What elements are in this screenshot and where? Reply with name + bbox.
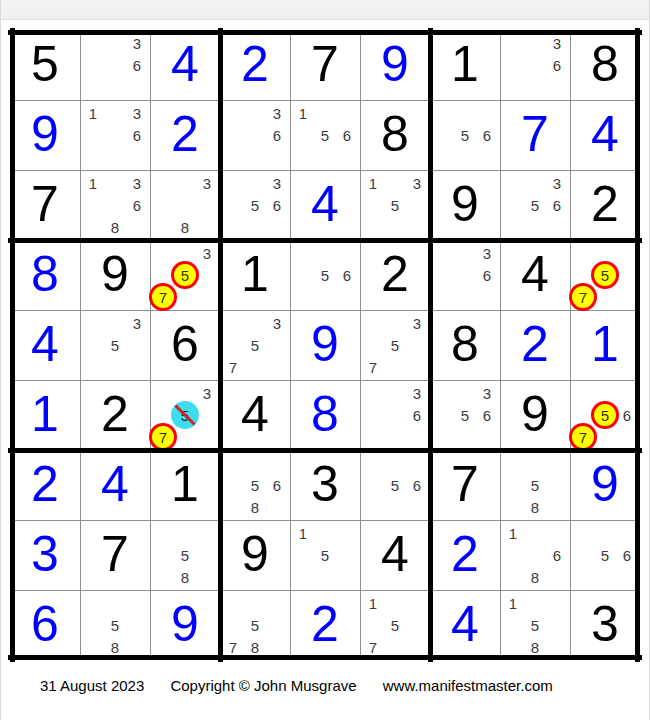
empty-candidate-slot: [174, 522, 196, 544]
footer-website[interactable]: www.manifestmaster.com: [383, 677, 553, 694]
pencil-marks: 568: [222, 452, 288, 518]
candidate-5: 5: [594, 404, 616, 426]
candidate-6: 6: [406, 474, 428, 496]
empty-candidate-slot: [126, 614, 148, 636]
empty-candidate-slot: [82, 194, 104, 216]
cell-r9c4[interactable]: 578: [220, 590, 290, 660]
candidate-1: 1: [292, 522, 314, 544]
empty-candidate-slot: [572, 566, 594, 588]
candidate-highlight-circle: 7: [569, 283, 597, 311]
empty-candidate-slot: [384, 592, 406, 614]
solved-digit: 4: [290, 170, 360, 240]
empty-candidate-slot: [82, 312, 104, 334]
cell-r2c4[interactable]: 36: [220, 100, 290, 170]
cell-r1c3[interactable]: 4: [150, 30, 220, 100]
candidate-5: 5: [384, 474, 406, 496]
candidate-6: 6: [476, 404, 498, 426]
empty-candidate-slot: [126, 146, 148, 168]
pencil-marks: 36: [362, 382, 428, 448]
cell-r9c5[interactable]: 2: [290, 590, 360, 660]
sudoku-cells: 5364279136891362361568567471368383564135…: [10, 30, 640, 660]
given-digit: 8: [360, 100, 430, 170]
solved-digit: 7: [500, 100, 570, 170]
candidate-5: 5: [594, 544, 616, 566]
empty-candidate-slot: [336, 566, 358, 588]
empty-candidate-slot: [524, 54, 546, 76]
empty-candidate-slot: [406, 496, 428, 518]
empty-candidate-slot: [104, 32, 126, 54]
pencil-marks: 157: [362, 592, 428, 658]
empty-candidate-slot: [546, 474, 568, 496]
solved-digit: 3: [10, 520, 80, 590]
empty-candidate-slot: [432, 146, 454, 168]
empty-candidate-slot: [362, 452, 384, 474]
candidate-5: 5: [594, 264, 616, 286]
empty-candidate-slot: [292, 242, 314, 264]
empty-candidate-slot: [406, 334, 428, 356]
empty-candidate-slot: [524, 76, 546, 98]
empty-candidate-slot: [292, 264, 314, 286]
empty-candidate-slot: [594, 522, 616, 544]
empty-candidate-slot: [476, 286, 498, 308]
empty-candidate-slot: [524, 172, 546, 194]
empty-candidate-slot: [524, 216, 546, 238]
cell-r1c6[interactable]: 9: [360, 30, 430, 100]
empty-candidate-slot: [82, 54, 104, 76]
empty-candidate-slot: [362, 426, 384, 448]
empty-candidate-slot: [82, 614, 104, 636]
candidate-6: 6: [546, 194, 568, 216]
cell-r1c4[interactable]: 2: [220, 30, 290, 100]
empty-candidate-slot: [432, 404, 454, 426]
cell-r7c8[interactable]: 58: [500, 450, 570, 520]
candidate-8: 8: [524, 496, 546, 518]
empty-candidate-slot: [384, 404, 406, 426]
pencil-marks: 36: [502, 32, 568, 98]
empty-candidate-slot: [572, 522, 594, 544]
pencil-marks: 357: [152, 382, 218, 448]
solved-digit: 1: [10, 380, 80, 450]
cell-r3c4[interactable]: 356: [220, 170, 290, 240]
empty-candidate-slot: [432, 286, 454, 308]
empty-candidate-slot: [384, 382, 406, 404]
given-digit: 6: [150, 310, 220, 380]
empty-candidate-slot: [222, 592, 244, 614]
candidate-1: 1: [362, 172, 384, 194]
empty-candidate-slot: [196, 264, 218, 286]
pencil-marks: 136: [82, 102, 148, 168]
cell-r8c9[interactable]: 56: [570, 520, 640, 590]
cell-r8c7[interactable]: 2: [430, 520, 500, 590]
cell-r8c4[interactable]: 9: [220, 520, 290, 590]
empty-candidate-slot: [502, 474, 524, 496]
empty-candidate-slot: [104, 194, 126, 216]
empty-candidate-slot: [152, 522, 174, 544]
pencil-marks: 156: [292, 102, 358, 168]
cell-r5c8[interactable]: 2: [500, 310, 570, 380]
empty-candidate-slot: [502, 496, 524, 518]
candidate-7: 7: [572, 426, 594, 448]
empty-candidate-slot: [546, 496, 568, 518]
empty-candidate-slot: [384, 312, 406, 334]
pencil-marks: 36: [222, 102, 288, 168]
empty-candidate-slot: [196, 286, 218, 308]
empty-candidate-slot: [196, 194, 218, 216]
empty-candidate-slot: [362, 474, 384, 496]
cell-r5c9[interactable]: 1: [570, 310, 640, 380]
given-digit: 3: [290, 450, 360, 520]
candidate-3: 3: [196, 242, 218, 264]
empty-candidate-slot: [454, 426, 476, 448]
cell-r5c1[interactable]: 4: [10, 310, 80, 380]
cell-r4c3[interactable]: 357: [150, 240, 220, 310]
solved-digit: 2: [430, 520, 500, 590]
cell-r2c1[interactable]: 9: [10, 100, 80, 170]
cell-r8c6[interactable]: 4: [360, 520, 430, 590]
empty-candidate-slot: [502, 194, 524, 216]
cell-r6c6[interactable]: 36: [360, 380, 430, 450]
cell-r4c5[interactable]: 56: [290, 240, 360, 310]
candidate-6: 6: [126, 124, 148, 146]
cell-r2c6[interactable]: 8: [360, 100, 430, 170]
candidate-1: 1: [362, 592, 384, 614]
candidate-3: 3: [406, 382, 428, 404]
candidate-5: 5: [384, 194, 406, 216]
solved-digit: 9: [10, 100, 80, 170]
cell-r9c2[interactable]: 58: [80, 590, 150, 660]
cell-r3c9[interactable]: 2: [570, 170, 640, 240]
empty-candidate-slot: [546, 76, 568, 98]
empty-candidate-slot: [152, 216, 174, 238]
cell-r4c7[interactable]: 36: [430, 240, 500, 310]
given-digit: 5: [10, 30, 80, 100]
cell-r1c8[interactable]: 36: [500, 30, 570, 100]
empty-candidate-slot: [82, 592, 104, 614]
empty-candidate-slot: [502, 452, 524, 474]
cell-r1c1[interactable]: 5: [10, 30, 80, 100]
cell-r5c4[interactable]: 357: [220, 310, 290, 380]
cell-r9c8[interactable]: 158: [500, 590, 570, 660]
empty-candidate-slot: [244, 146, 266, 168]
pencil-marks: 357: [222, 312, 288, 378]
candidate-6: 6: [546, 544, 568, 566]
candidate-8: 8: [104, 216, 126, 238]
candidate-5: 5: [244, 334, 266, 356]
empty-candidate-slot: [572, 242, 594, 264]
empty-candidate-slot: [476, 426, 498, 448]
solved-digit: 9: [150, 590, 220, 660]
empty-candidate-slot: [454, 242, 476, 264]
candidate-8: 8: [524, 566, 546, 588]
empty-candidate-slot: [244, 452, 266, 474]
empty-candidate-slot: [362, 194, 384, 216]
cell-r2c7[interactable]: 56: [430, 100, 500, 170]
solved-digit: 1: [570, 310, 640, 380]
cell-r4c9[interactable]: 57: [570, 240, 640, 310]
empty-candidate-slot: [594, 286, 616, 308]
empty-candidate-slot: [196, 544, 218, 566]
empty-candidate-slot: [222, 124, 244, 146]
cell-r7c9[interactable]: 9: [570, 450, 640, 520]
candidate-6: 6: [476, 124, 498, 146]
candidate-3: 3: [266, 102, 288, 124]
empty-candidate-slot: [362, 312, 384, 334]
box-border-line: [8, 238, 642, 243]
given-digit: 2: [570, 170, 640, 240]
cell-r3c7[interactable]: 9: [430, 170, 500, 240]
empty-candidate-slot: [292, 286, 314, 308]
candidate-5: 5: [244, 614, 266, 636]
empty-candidate-slot: [314, 566, 336, 588]
given-digit: 3: [570, 590, 640, 660]
candidate-1: 1: [502, 522, 524, 544]
cell-r5c2[interactable]: 35: [80, 310, 150, 380]
empty-candidate-slot: [362, 496, 384, 518]
cell-r6c7[interactable]: 356: [430, 380, 500, 450]
candidate-5: 5: [244, 474, 266, 496]
empty-candidate-slot: [104, 172, 126, 194]
cell-r7c2[interactable]: 4: [80, 450, 150, 520]
empty-candidate-slot: [502, 614, 524, 636]
empty-candidate-slot: [152, 544, 174, 566]
empty-candidate-slot: [266, 452, 288, 474]
empty-candidate-slot: [572, 382, 594, 404]
empty-candidate-slot: [454, 146, 476, 168]
empty-candidate-slot: [524, 544, 546, 566]
candidate-highlight-circle: 5: [591, 261, 619, 289]
empty-candidate-slot: [152, 566, 174, 588]
cell-r2c2[interactable]: 136: [80, 100, 150, 170]
cell-r8c1[interactable]: 3: [10, 520, 80, 590]
cell-r6c4[interactable]: 4: [220, 380, 290, 450]
candidate-6: 6: [266, 474, 288, 496]
window-top-bar: [0, 0, 650, 20]
cell-r7c4[interactable]: 568: [220, 450, 290, 520]
cell-r7c6[interactable]: 56: [360, 450, 430, 520]
candidate-6: 6: [126, 54, 148, 76]
empty-candidate-slot: [266, 356, 288, 378]
solved-digit: 9: [360, 30, 430, 100]
cell-r1c5[interactable]: 7: [290, 30, 360, 100]
empty-candidate-slot: [244, 102, 266, 124]
empty-candidate-slot: [196, 426, 218, 448]
candidate-5: 5: [174, 264, 196, 286]
empty-candidate-slot: [362, 216, 384, 238]
cell-r6c8[interactable]: 9: [500, 380, 570, 450]
empty-candidate-slot: [82, 146, 104, 168]
cell-r6c1[interactable]: 1: [10, 380, 80, 450]
cell-r3c8[interactable]: 356: [500, 170, 570, 240]
candidate-highlight-circle: 5: [591, 401, 619, 429]
empty-candidate-slot: [406, 194, 428, 216]
solved-digit: 4: [570, 100, 640, 170]
cell-r3c2[interactable]: 1368: [80, 170, 150, 240]
empty-candidate-slot: [222, 452, 244, 474]
cell-r1c7[interactable]: 1: [430, 30, 500, 100]
empty-candidate-slot: [546, 522, 568, 544]
cell-r2c9[interactable]: 4: [570, 100, 640, 170]
empty-candidate-slot: [432, 264, 454, 286]
candidate-8: 8: [174, 216, 196, 238]
empty-candidate-slot: [406, 452, 428, 474]
solved-digit: 4: [430, 590, 500, 660]
cell-r2c3[interactable]: 2: [150, 100, 220, 170]
candidate-eliminated: 5: [171, 401, 199, 429]
given-digit: 7: [430, 450, 500, 520]
candidate-3: 3: [406, 312, 428, 334]
footer: 31 August 2023 Copyright © John Musgrave…: [40, 677, 575, 694]
empty-candidate-slot: [432, 382, 454, 404]
empty-candidate-slot: [406, 592, 428, 614]
cell-r1c9[interactable]: 8: [570, 30, 640, 100]
empty-candidate-slot: [524, 592, 546, 614]
candidate-7: 7: [152, 426, 174, 448]
candidate-3: 3: [266, 172, 288, 194]
given-digit: 7: [10, 170, 80, 240]
cell-r7c5[interactable]: 3: [290, 450, 360, 520]
cell-r4c2[interactable]: 9: [80, 240, 150, 310]
empty-candidate-slot: [384, 496, 406, 518]
footer-date: 31 August 2023: [40, 677, 144, 694]
solved-digit: 8: [290, 380, 360, 450]
candidate-5: 5: [104, 334, 126, 356]
empty-candidate-slot: [406, 216, 428, 238]
pencil-marks: 1368: [82, 172, 148, 238]
cell-r4c8[interactable]: 4: [500, 240, 570, 310]
cell-r2c8[interactable]: 7: [500, 100, 570, 170]
box-border-line: [8, 448, 642, 453]
given-digit: 9: [80, 240, 150, 310]
empty-candidate-slot: [266, 614, 288, 636]
cell-r7c3[interactable]: 1: [150, 450, 220, 520]
cell-r5c7[interactable]: 8: [430, 310, 500, 380]
given-digit: 7: [290, 30, 360, 100]
empty-candidate-slot: [336, 146, 358, 168]
pencil-marks: 57: [572, 242, 638, 308]
cell-r3c3[interactable]: 38: [150, 170, 220, 240]
empty-candidate-slot: [222, 146, 244, 168]
empty-candidate-slot: [292, 124, 314, 146]
candidate-7: 7: [572, 286, 594, 308]
candidate-3: 3: [406, 172, 428, 194]
pencil-marks: 56: [362, 452, 428, 518]
cell-r9c6[interactable]: 157: [360, 590, 430, 660]
empty-candidate-slot: [314, 522, 336, 544]
candidate-6: 6: [336, 264, 358, 286]
cell-r9c9[interactable]: 3: [570, 590, 640, 660]
cell-r5c5[interactable]: 9: [290, 310, 360, 380]
empty-candidate-slot: [406, 356, 428, 378]
cell-r3c5[interactable]: 4: [290, 170, 360, 240]
empty-candidate-slot: [292, 566, 314, 588]
empty-candidate-slot: [244, 312, 266, 334]
empty-candidate-slot: [82, 124, 104, 146]
cell-r8c5[interactable]: 15: [290, 520, 360, 590]
cell-r9c3[interactable]: 9: [150, 590, 220, 660]
candidate-3: 3: [266, 312, 288, 334]
cell-r9c1[interactable]: 6: [10, 590, 80, 660]
empty-candidate-slot: [82, 334, 104, 356]
candidate-3: 3: [126, 312, 148, 334]
empty-candidate-slot: [104, 356, 126, 378]
empty-candidate-slot: [572, 544, 594, 566]
empty-candidate-slot: [126, 592, 148, 614]
candidate-6: 6: [546, 54, 568, 76]
empty-candidate-slot: [406, 614, 428, 636]
cell-r6c9[interactable]: 567: [570, 380, 640, 450]
cell-r8c3[interactable]: 58: [150, 520, 220, 590]
cell-r5c6[interactable]: 357: [360, 310, 430, 380]
empty-candidate-slot: [336, 522, 358, 544]
solved-digit: 6: [10, 590, 80, 660]
empty-candidate-slot: [126, 356, 148, 378]
empty-candidate-slot: [174, 286, 196, 308]
cell-r7c7[interactable]: 7: [430, 450, 500, 520]
empty-candidate-slot: [244, 172, 266, 194]
empty-candidate-slot: [174, 426, 196, 448]
box-border-line: [10, 28, 15, 662]
candidate-5: 5: [104, 614, 126, 636]
cell-r4c1[interactable]: 8: [10, 240, 80, 310]
empty-candidate-slot: [384, 356, 406, 378]
cell-r8c8[interactable]: 168: [500, 520, 570, 590]
given-digit: 7: [80, 520, 150, 590]
candidate-6: 6: [406, 404, 428, 426]
pencil-marks: 58: [152, 522, 218, 588]
candidate-6: 6: [336, 124, 358, 146]
candidate-3: 3: [196, 172, 218, 194]
solved-digit: 4: [80, 450, 150, 520]
cell-r3c6[interactable]: 135: [360, 170, 430, 240]
pencil-marks: 567: [572, 382, 638, 448]
cell-r1c2[interactable]: 36: [80, 30, 150, 100]
candidate-5: 5: [244, 194, 266, 216]
given-digit: 4: [500, 240, 570, 310]
empty-candidate-slot: [222, 614, 244, 636]
empty-candidate-slot: [524, 452, 546, 474]
empty-candidate-slot: [384, 452, 406, 474]
candidate-5: 5: [314, 124, 336, 146]
cell-r9c7[interactable]: 4: [430, 590, 500, 660]
cell-r6c3[interactable]: 357: [150, 380, 220, 450]
cell-r8c2[interactable]: 7: [80, 520, 150, 590]
empty-candidate-slot: [502, 32, 524, 54]
pencil-marks: 56: [292, 242, 358, 308]
given-digit: 9: [500, 380, 570, 450]
empty-candidate-slot: [82, 216, 104, 238]
cell-r6c5[interactable]: 8: [290, 380, 360, 450]
cell-r2c5[interactable]: 156: [290, 100, 360, 170]
pencil-marks: 38: [152, 172, 218, 238]
cell-r3c1[interactable]: 7: [10, 170, 80, 240]
cell-r4c4[interactable]: 1: [220, 240, 290, 310]
candidate-5: 5: [524, 474, 546, 496]
empty-candidate-slot: [222, 496, 244, 518]
cell-r5c3[interactable]: 6: [150, 310, 220, 380]
cell-r7c1[interactable]: 2: [10, 450, 80, 520]
candidate-5: 5: [524, 194, 546, 216]
empty-candidate-slot: [502, 566, 524, 588]
empty-candidate-slot: [314, 286, 336, 308]
solved-digit: 2: [290, 590, 360, 660]
given-digit: 4: [360, 520, 430, 590]
empty-candidate-slot: [196, 404, 218, 426]
candidate-8: 8: [174, 566, 196, 588]
cell-r4c6[interactable]: 2: [360, 240, 430, 310]
cell-r6c2[interactable]: 2: [80, 380, 150, 450]
candidate-7: 7: [152, 286, 174, 308]
empty-candidate-slot: [152, 242, 174, 264]
